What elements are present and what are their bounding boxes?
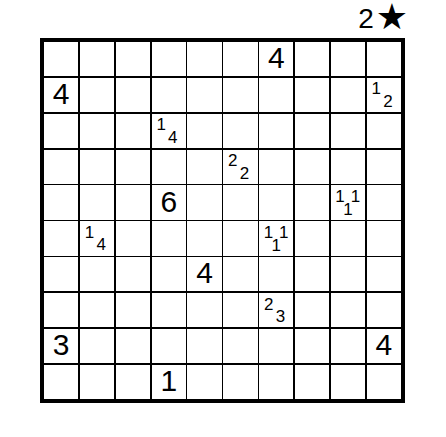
cell-r5c1[interactable] xyxy=(44,185,78,219)
cell-r4c6: 22 xyxy=(223,150,257,184)
cell-r4c9[interactable] xyxy=(331,150,365,184)
cell-r3c3[interactable] xyxy=(116,114,150,148)
cell-r9c9[interactable] xyxy=(331,329,365,363)
cell-r3c2[interactable] xyxy=(80,114,114,148)
cell-r6c5[interactable] xyxy=(187,221,221,255)
cell-r5c6[interactable] xyxy=(223,185,257,219)
cell-r10c8[interactable] xyxy=(295,365,329,399)
cell-r1c1[interactable] xyxy=(44,42,78,76)
cell-r6c7: 111 xyxy=(259,221,293,255)
cell-r5c10[interactable] xyxy=(367,185,401,219)
cell-r3c7[interactable] xyxy=(259,114,293,148)
cell-r10c9[interactable] xyxy=(331,365,365,399)
cell-r2c10: 12 xyxy=(367,78,401,112)
cell-r5c9: 111 xyxy=(331,185,365,219)
cell-r9c3[interactable] xyxy=(116,329,150,363)
clue-value: 1 xyxy=(372,80,381,97)
cell-r5c7[interactable] xyxy=(259,185,293,219)
cell-r8c8[interactable] xyxy=(295,293,329,327)
cell-r4c8[interactable] xyxy=(295,150,329,184)
cell-r8c9[interactable] xyxy=(331,293,365,327)
cell-r1c3[interactable] xyxy=(116,42,150,76)
cell-r10c10[interactable] xyxy=(367,365,401,399)
cell-r9c4[interactable] xyxy=(152,329,186,363)
cell-r1c4[interactable] xyxy=(152,42,186,76)
cell-r2c1: 4 xyxy=(44,78,78,112)
cell-r5c3[interactable] xyxy=(116,185,150,219)
difficulty-number: 2 xyxy=(358,5,374,33)
cell-r2c4[interactable] xyxy=(152,78,186,112)
clue-value: 4 xyxy=(375,330,392,360)
cell-r6c10[interactable] xyxy=(367,221,401,255)
clue-value: 1 xyxy=(156,116,165,133)
cell-r10c4: 1 xyxy=(152,365,186,399)
cell-r7c6[interactable] xyxy=(223,257,257,291)
cell-r9c8[interactable] xyxy=(295,329,329,363)
cell-r3c1[interactable] xyxy=(44,114,78,148)
cell-r2c9[interactable] xyxy=(331,78,365,112)
clue-value: 2 xyxy=(228,152,237,169)
cell-r4c10[interactable] xyxy=(367,150,401,184)
tapa-puzzle-page: 2 ★ 44121422611114111423341 xyxy=(0,0,446,437)
cell-r5c4: 6 xyxy=(152,185,186,219)
cell-r2c7[interactable] xyxy=(259,78,293,112)
clue-value: 4 xyxy=(96,236,105,253)
clue-value: 4 xyxy=(196,259,213,289)
cell-r1c5[interactable] xyxy=(187,42,221,76)
cell-r6c4[interactable] xyxy=(152,221,186,255)
cell-r6c2: 14 xyxy=(80,221,114,255)
cell-r4c2[interactable] xyxy=(80,150,114,184)
cell-r7c2[interactable] xyxy=(80,257,114,291)
clue-value: 2 xyxy=(383,92,392,109)
cell-r3c10[interactable] xyxy=(367,114,401,148)
clue-value: 4 xyxy=(53,79,70,109)
cell-r7c3[interactable] xyxy=(116,257,150,291)
cell-r5c5[interactable] xyxy=(187,185,221,219)
cell-r3c6[interactable] xyxy=(223,114,257,148)
cell-r2c5[interactable] xyxy=(187,78,221,112)
cell-r10c2[interactable] xyxy=(80,365,114,399)
cell-r6c8[interactable] xyxy=(295,221,329,255)
cell-r1c7: 4 xyxy=(259,42,293,76)
cell-r4c4[interactable] xyxy=(152,150,186,184)
clue-value: 1 xyxy=(343,201,352,218)
cell-r8c3[interactable] xyxy=(116,293,150,327)
cell-r7c1[interactable] xyxy=(44,257,78,291)
cell-r8c2[interactable] xyxy=(80,293,114,327)
tapa-board: 44121422611114111423341 xyxy=(40,38,405,403)
cell-r8c6[interactable] xyxy=(223,293,257,327)
clue-value: 3 xyxy=(53,330,70,360)
cell-r9c7[interactable] xyxy=(259,329,293,363)
clue-value: 2 xyxy=(264,295,273,312)
cell-r5c2[interactable] xyxy=(80,185,114,219)
cell-r6c6[interactable] xyxy=(223,221,257,255)
cell-r7c8[interactable] xyxy=(295,257,329,291)
cell-r7c5: 4 xyxy=(187,257,221,291)
cell-r5c8[interactable] xyxy=(295,185,329,219)
cell-r1c2[interactable] xyxy=(80,42,114,76)
cell-r8c5[interactable] xyxy=(187,293,221,327)
cell-r2c2[interactable] xyxy=(80,78,114,112)
cell-r4c3[interactable] xyxy=(116,150,150,184)
cell-r9c6[interactable] xyxy=(223,329,257,363)
cell-r2c8[interactable] xyxy=(295,78,329,112)
cell-r2c6[interactable] xyxy=(223,78,257,112)
cell-r8c7: 23 xyxy=(259,293,293,327)
cell-r3c9[interactable] xyxy=(331,114,365,148)
cell-r9c2[interactable] xyxy=(80,329,114,363)
cell-r9c10: 4 xyxy=(367,329,401,363)
cell-r2c3[interactable] xyxy=(116,78,150,112)
cell-r7c10[interactable] xyxy=(367,257,401,291)
cell-r7c4[interactable] xyxy=(152,257,186,291)
cell-r3c5[interactable] xyxy=(187,114,221,148)
clue-value: 6 xyxy=(160,187,177,217)
cell-r8c10[interactable] xyxy=(367,293,401,327)
cell-r10c1[interactable] xyxy=(44,365,78,399)
clue-value: 2 xyxy=(240,164,249,181)
cell-r1c6[interactable] xyxy=(223,42,257,76)
clue-value: 4 xyxy=(168,128,177,145)
cell-r7c7[interactable] xyxy=(259,257,293,291)
cell-r1c9[interactable] xyxy=(331,42,365,76)
cell-r6c9[interactable] xyxy=(331,221,365,255)
cell-r8c4[interactable] xyxy=(152,293,186,327)
clue-value: 4 xyxy=(268,44,285,74)
cell-r3c8[interactable] xyxy=(295,114,329,148)
star-icon: ★ xyxy=(376,0,408,35)
clue-value: 1 xyxy=(85,223,94,240)
cell-r1c8[interactable] xyxy=(295,42,329,76)
cell-r4c7[interactable] xyxy=(259,150,293,184)
cell-r4c5[interactable] xyxy=(187,150,221,184)
cell-r7c9[interactable] xyxy=(331,257,365,291)
cell-r6c3[interactable] xyxy=(116,221,150,255)
cell-r10c3[interactable] xyxy=(116,365,150,399)
cell-r10c6[interactable] xyxy=(223,365,257,399)
cell-r4c1[interactable] xyxy=(44,150,78,184)
cell-r1c10[interactable] xyxy=(367,42,401,76)
cell-r9c5[interactable] xyxy=(187,329,221,363)
cell-r9c1: 3 xyxy=(44,329,78,363)
difficulty-rating: 2 ★ xyxy=(358,0,408,37)
cell-r10c5[interactable] xyxy=(187,365,221,399)
cell-r10c7[interactable] xyxy=(259,365,293,399)
cell-r8c1[interactable] xyxy=(44,293,78,327)
clue-value: 1 xyxy=(160,366,177,396)
cell-r6c1[interactable] xyxy=(44,221,78,255)
clue-value: 3 xyxy=(276,307,285,324)
cell-r3c4: 14 xyxy=(152,114,186,148)
clue-value: 1 xyxy=(272,237,281,254)
